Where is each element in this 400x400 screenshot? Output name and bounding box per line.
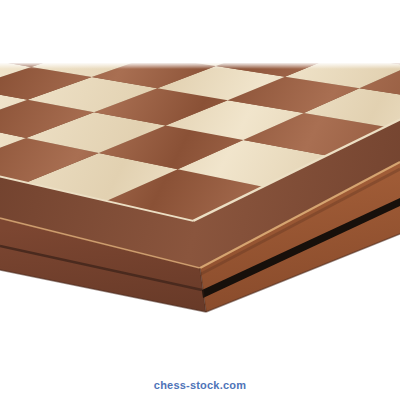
board-square xyxy=(92,5,199,29)
board-square xyxy=(385,18,400,45)
board-square xyxy=(319,10,400,36)
top-crop-fade xyxy=(0,63,400,69)
board-square xyxy=(0,30,36,57)
board-square xyxy=(198,0,302,19)
board-square xyxy=(0,7,41,31)
board-square xyxy=(91,29,205,57)
board-square xyxy=(0,14,92,39)
board-square xyxy=(364,0,400,18)
chessboard-photo xyxy=(0,0,400,400)
watermark-text: chess-stock.com xyxy=(0,379,400,391)
board-square xyxy=(144,0,246,12)
board-square xyxy=(0,38,91,67)
board-square xyxy=(36,21,147,47)
board-square xyxy=(303,0,400,10)
board-square xyxy=(147,12,257,37)
board-square xyxy=(206,19,319,46)
board-square xyxy=(41,0,144,21)
board-square xyxy=(0,0,93,14)
board-square xyxy=(93,0,192,5)
board-square xyxy=(246,0,346,3)
board-square xyxy=(256,3,364,27)
product-photo: chess-stock.com xyxy=(0,0,400,400)
board-square xyxy=(151,37,269,66)
board-square xyxy=(337,36,400,66)
board-square xyxy=(269,27,385,55)
